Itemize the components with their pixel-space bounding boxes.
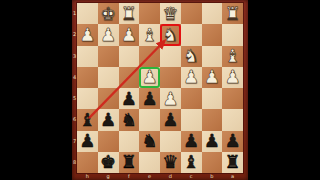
file-label-e: e	[145, 173, 155, 180]
square-h5[interactable]	[77, 88, 98, 109]
square-d8[interactable]: ♛	[160, 152, 181, 173]
square-h8[interactable]	[77, 152, 98, 173]
file-label-f: f	[124, 173, 134, 180]
square-a6[interactable]	[222, 109, 243, 130]
square-e7[interactable]: ♞	[139, 131, 160, 152]
white-rook: ♜	[121, 5, 137, 23]
square-h3[interactable]	[77, 46, 98, 67]
square-f5[interactable]: ♟	[119, 88, 140, 109]
square-g3[interactable]	[98, 46, 119, 67]
file-label-a: a	[228, 173, 238, 180]
white-pawn: ♟	[162, 90, 178, 108]
square-c2[interactable]	[181, 24, 202, 45]
square-a1[interactable]: ♜	[222, 3, 243, 24]
black-knight: ♞	[142, 132, 158, 150]
chess-board: ♚♜♛♜♟♟♟♝♞♞♝♟♟♟♟♟♟♟♝♟♞♟♟♞♟♟♟♚♜♛♝♜ 1234567…	[72, 0, 248, 180]
square-a2[interactable]	[222, 24, 243, 45]
letterbox-left	[0, 0, 72, 180]
square-c6[interactable]	[181, 109, 202, 130]
square-d7[interactable]	[160, 131, 181, 152]
square-g6[interactable]: ♟	[98, 109, 119, 130]
square-d2[interactable]: ♞	[160, 24, 181, 45]
board-grid: ♚♜♛♜♟♟♟♝♞♞♝♟♟♟♟♟♟♟♝♟♞♟♟♞♟♟♟♚♜♛♝♜	[77, 3, 243, 173]
square-f8[interactable]: ♜	[119, 152, 140, 173]
black-pawn: ♟	[100, 111, 116, 129]
square-a5[interactable]	[222, 88, 243, 109]
square-h4[interactable]	[77, 67, 98, 88]
black-rook: ♜	[121, 153, 137, 171]
square-c4[interactable]: ♟	[181, 67, 202, 88]
video-thumbnail-stage: ♚♜♛♜♟♟♟♝♞♞♝♟♟♟♟♟♟♟♝♟♞♟♟♞♟♟♟♚♜♛♝♜ 1234567…	[0, 0, 320, 180]
square-g7[interactable]	[98, 131, 119, 152]
square-a7[interactable]: ♟	[222, 131, 243, 152]
square-a3[interactable]: ♝	[222, 46, 243, 67]
rank-label-4: 4	[72, 75, 77, 80]
square-f6[interactable]: ♞	[119, 109, 140, 130]
square-c3[interactable]: ♞	[181, 46, 202, 67]
white-pawn: ♟	[121, 26, 137, 44]
square-d1[interactable]: ♛	[160, 3, 181, 24]
square-c5[interactable]	[181, 88, 202, 109]
white-pawn: ♟	[204, 68, 220, 86]
square-b3[interactable]	[202, 46, 223, 67]
square-e1[interactable]	[139, 3, 160, 24]
file-label-d: d	[165, 173, 175, 180]
square-d5[interactable]: ♟	[160, 88, 181, 109]
white-pawn: ♟	[142, 68, 158, 86]
black-pawn: ♟	[121, 90, 137, 108]
black-bishop: ♝	[183, 153, 199, 171]
square-f1[interactable]: ♜	[119, 3, 140, 24]
square-d6[interactable]: ♟	[160, 109, 181, 130]
white-queen: ♛	[162, 5, 178, 23]
square-d3[interactable]	[160, 46, 181, 67]
rank-label-8: 8	[72, 160, 77, 165]
square-h6[interactable]: ♝	[77, 109, 98, 130]
square-c7[interactable]: ♟	[181, 131, 202, 152]
square-g5[interactable]	[98, 88, 119, 109]
file-label-c: c	[186, 173, 196, 180]
square-h7[interactable]: ♟	[77, 131, 98, 152]
square-e8[interactable]	[139, 152, 160, 173]
square-g8[interactable]: ♚	[98, 152, 119, 173]
letterbox-right	[248, 0, 320, 180]
white-pawn: ♟	[183, 68, 199, 86]
black-knight: ♞	[121, 111, 137, 129]
square-g2[interactable]: ♟	[98, 24, 119, 45]
square-f3[interactable]	[119, 46, 140, 67]
file-label-b: b	[207, 173, 217, 180]
square-b1[interactable]	[202, 3, 223, 24]
square-f4[interactable]	[119, 67, 140, 88]
white-knight: ♞	[162, 26, 178, 44]
rank-label-5: 5	[72, 96, 77, 101]
white-bishop: ♝	[225, 47, 241, 65]
square-e3[interactable]	[139, 46, 160, 67]
black-pawn: ♟	[225, 132, 241, 150]
black-queen: ♛	[162, 153, 178, 171]
square-a8[interactable]: ♜	[222, 152, 243, 173]
square-c8[interactable]: ♝	[181, 152, 202, 173]
rank-label-2: 2	[72, 32, 77, 37]
white-king: ♚	[100, 5, 116, 23]
square-c1[interactable]	[181, 3, 202, 24]
square-g4[interactable]	[98, 67, 119, 88]
white-knight: ♞	[183, 47, 199, 65]
square-e4[interactable]: ♟	[139, 67, 160, 88]
file-label-g: g	[103, 173, 113, 180]
white-pawn: ♟	[225, 68, 241, 86]
rank-label-1: 1	[72, 11, 77, 16]
file-label-h: h	[82, 173, 92, 180]
square-b4[interactable]: ♟	[202, 67, 223, 88]
square-f7[interactable]	[119, 131, 140, 152]
white-bishop: ♝	[142, 26, 158, 44]
black-rook: ♜	[225, 153, 241, 171]
black-pawn: ♟	[142, 90, 158, 108]
black-king: ♚	[100, 153, 116, 171]
square-a4[interactable]: ♟	[222, 67, 243, 88]
rank-label-6: 6	[72, 117, 77, 122]
white-rook: ♜	[225, 5, 241, 23]
square-e5[interactable]: ♟	[139, 88, 160, 109]
black-pawn: ♟	[204, 132, 220, 150]
square-e6[interactable]	[139, 109, 160, 130]
square-b6[interactable]	[202, 109, 223, 130]
square-b8[interactable]	[202, 152, 223, 173]
black-pawn: ♟	[162, 111, 178, 129]
square-h1[interactable]	[77, 3, 98, 24]
square-h2[interactable]: ♟	[77, 24, 98, 45]
white-pawn: ♟	[79, 26, 95, 44]
square-e2[interactable]: ♝	[139, 24, 160, 45]
black-bishop: ♝	[79, 111, 95, 129]
square-f2[interactable]: ♟	[119, 24, 140, 45]
square-b7[interactable]: ♟	[202, 131, 223, 152]
black-pawn: ♟	[183, 132, 199, 150]
square-g1[interactable]: ♚	[98, 3, 119, 24]
square-b5[interactable]	[202, 88, 223, 109]
square-b2[interactable]	[202, 24, 223, 45]
rank-label-7: 7	[72, 139, 77, 144]
white-pawn: ♟	[100, 26, 116, 44]
black-pawn: ♟	[79, 132, 95, 150]
rank-label-3: 3	[72, 54, 77, 59]
square-d4[interactable]	[160, 67, 181, 88]
